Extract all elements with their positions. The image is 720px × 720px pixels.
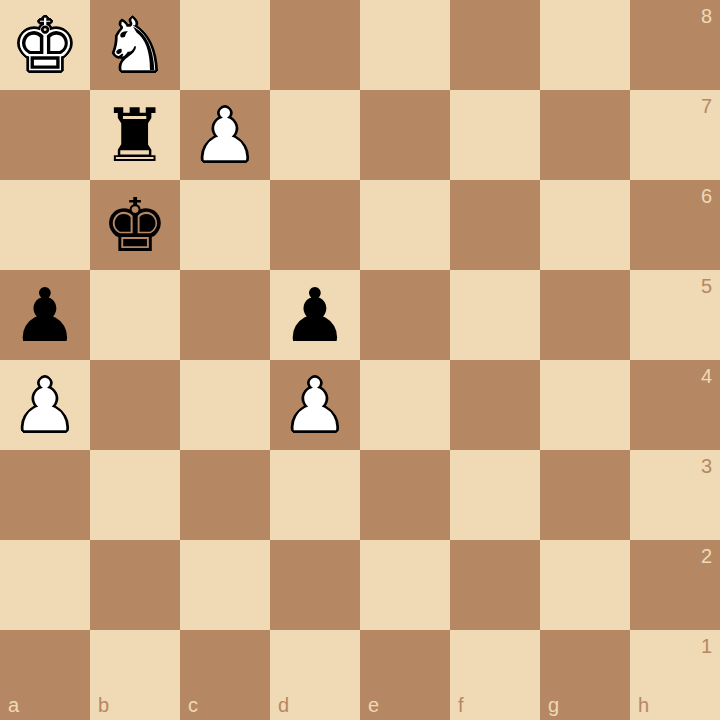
piece-black-rook[interactable]: ♜ (90, 90, 180, 180)
square-c3[interactable] (180, 450, 270, 540)
square-d8[interactable] (270, 0, 360, 90)
square-d4[interactable]: ♟ (270, 360, 360, 450)
file-label-g: g (548, 695, 559, 715)
square-a1[interactable]: a (0, 630, 90, 720)
file-label-f: f (458, 695, 464, 715)
square-a6[interactable] (0, 180, 90, 270)
square-h3[interactable]: 3 (630, 450, 720, 540)
square-g7[interactable] (540, 90, 630, 180)
rank-label-6: 6 (701, 186, 712, 206)
chess-board: ♚♞8♜♟7♚6♟♟5♟♟432abcdefg1h (0, 0, 720, 720)
square-b2[interactable] (90, 540, 180, 630)
file-label-b: b (98, 695, 109, 715)
file-label-c: c (188, 695, 198, 715)
square-c7[interactable]: ♟ (180, 90, 270, 180)
square-d2[interactable] (270, 540, 360, 630)
square-c1[interactable]: c (180, 630, 270, 720)
piece-white-pawn[interactable]: ♟ (180, 90, 270, 180)
square-e3[interactable] (360, 450, 450, 540)
square-h2[interactable]: 2 (630, 540, 720, 630)
square-b3[interactable] (90, 450, 180, 540)
square-f2[interactable] (450, 540, 540, 630)
square-g3[interactable] (540, 450, 630, 540)
square-e6[interactable] (360, 180, 450, 270)
square-e8[interactable] (360, 0, 450, 90)
square-f8[interactable] (450, 0, 540, 90)
square-h4[interactable]: 4 (630, 360, 720, 450)
file-label-h: h (638, 695, 649, 715)
piece-white-knight[interactable]: ♞ (90, 0, 180, 90)
square-g6[interactable] (540, 180, 630, 270)
square-c4[interactable] (180, 360, 270, 450)
square-a4[interactable]: ♟ (0, 360, 90, 450)
square-a7[interactable] (0, 90, 90, 180)
square-d5[interactable]: ♟ (270, 270, 360, 360)
square-e1[interactable]: e (360, 630, 450, 720)
piece-black-king[interactable]: ♚ (90, 180, 180, 270)
square-h6[interactable]: 6 (630, 180, 720, 270)
square-g2[interactable] (540, 540, 630, 630)
square-h8[interactable]: 8 (630, 0, 720, 90)
square-a5[interactable]: ♟ (0, 270, 90, 360)
square-a3[interactable] (0, 450, 90, 540)
rank-label-5: 5 (701, 276, 712, 296)
square-b5[interactable] (90, 270, 180, 360)
piece-black-pawn[interactable]: ♟ (0, 270, 90, 360)
square-a8[interactable]: ♚ (0, 0, 90, 90)
square-h5[interactable]: 5 (630, 270, 720, 360)
rank-label-8: 8 (701, 6, 712, 26)
square-c6[interactable] (180, 180, 270, 270)
square-b8[interactable]: ♞ (90, 0, 180, 90)
square-f6[interactable] (450, 180, 540, 270)
rank-label-4: 4 (701, 366, 712, 386)
square-b4[interactable] (90, 360, 180, 450)
piece-white-pawn[interactable]: ♟ (0, 360, 90, 450)
square-g1[interactable]: g (540, 630, 630, 720)
square-e5[interactable] (360, 270, 450, 360)
square-c5[interactable] (180, 270, 270, 360)
rank-label-7: 7 (701, 96, 712, 116)
square-g8[interactable] (540, 0, 630, 90)
square-f7[interactable] (450, 90, 540, 180)
square-h7[interactable]: 7 (630, 90, 720, 180)
square-d6[interactable] (270, 180, 360, 270)
piece-black-pawn[interactable]: ♟ (270, 270, 360, 360)
square-e2[interactable] (360, 540, 450, 630)
square-d1[interactable]: d (270, 630, 360, 720)
rank-label-3: 3 (701, 456, 712, 476)
piece-white-king[interactable]: ♚ (0, 0, 90, 90)
square-d3[interactable] (270, 450, 360, 540)
square-h1[interactable]: 1h (630, 630, 720, 720)
square-c2[interactable] (180, 540, 270, 630)
rank-label-2: 2 (701, 546, 712, 566)
square-d7[interactable] (270, 90, 360, 180)
square-f4[interactable] (450, 360, 540, 450)
square-f3[interactable] (450, 450, 540, 540)
square-b1[interactable]: b (90, 630, 180, 720)
rank-label-1: 1 (701, 636, 712, 656)
file-label-d: d (278, 695, 289, 715)
square-b6[interactable]: ♚ (90, 180, 180, 270)
square-e4[interactable] (360, 360, 450, 450)
square-f1[interactable]: f (450, 630, 540, 720)
square-c8[interactable] (180, 0, 270, 90)
square-g5[interactable] (540, 270, 630, 360)
piece-white-pawn[interactable]: ♟ (270, 360, 360, 450)
square-a2[interactable] (0, 540, 90, 630)
file-label-e: e (368, 695, 379, 715)
square-b7[interactable]: ♜ (90, 90, 180, 180)
square-g4[interactable] (540, 360, 630, 450)
square-f5[interactable] (450, 270, 540, 360)
file-label-a: a (8, 695, 19, 715)
square-e7[interactable] (360, 90, 450, 180)
